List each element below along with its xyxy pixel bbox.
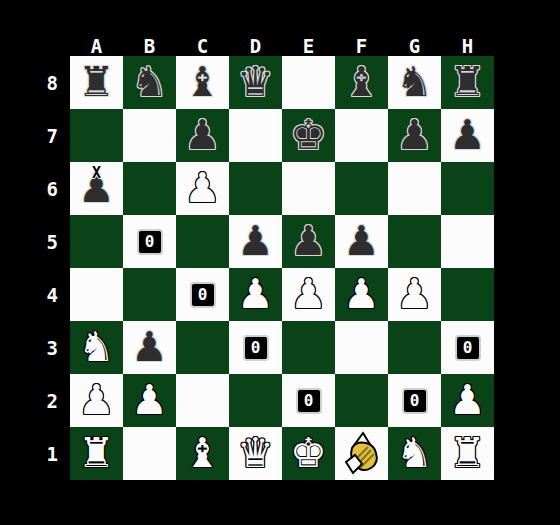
square-c3[interactable] — [176, 321, 229, 374]
square-b5[interactable]: 0 — [123, 215, 176, 268]
black-rook: ♜ — [441, 56, 494, 109]
square-c5[interactable] — [176, 215, 229, 268]
square-b2[interactable]: ♟ — [123, 374, 176, 427]
black-pawn: ♟ — [441, 109, 494, 162]
move-marker[interactable]: 0 — [298, 390, 320, 412]
square-a5[interactable] — [70, 215, 123, 268]
square-d3[interactable]: 0 — [229, 321, 282, 374]
square-d5[interactable]: ♟ — [229, 215, 282, 268]
square-b3[interactable]: ♟ — [123, 321, 176, 374]
file-label-h: H — [441, 32, 494, 56]
square-f6[interactable] — [335, 162, 388, 215]
square-c4[interactable]: 0 — [176, 268, 229, 321]
square-g3[interactable] — [388, 321, 441, 374]
square-a4[interactable] — [70, 268, 123, 321]
square-g4[interactable]: ♟ — [388, 268, 441, 321]
white-pawn: ♟ — [335, 268, 388, 321]
square-f1[interactable] — [335, 427, 388, 480]
white-rook: ♜ — [70, 427, 123, 480]
file-label-d: D — [229, 32, 282, 56]
rank-label-1: 1 — [34, 427, 64, 480]
rank-label-2: 2 — [34, 374, 64, 427]
file-label-e: E — [282, 32, 335, 56]
white-queen: ♛ — [229, 427, 282, 480]
move-marker[interactable]: 0 — [139, 231, 161, 253]
move-marker[interactable]: 0 — [245, 337, 267, 359]
square-g8[interactable]: ♞ — [388, 56, 441, 109]
black-queen: ♛ — [229, 56, 282, 109]
rank-labels: 87654321 — [34, 56, 64, 480]
rank-label-4: 4 — [34, 268, 64, 321]
square-h1[interactable]: ♜ — [441, 427, 494, 480]
square-c2[interactable] — [176, 374, 229, 427]
square-a3[interactable]: ♞ — [70, 321, 123, 374]
square-a1[interactable]: ♜ — [70, 427, 123, 480]
move-marker[interactable]: 0 — [404, 390, 426, 412]
black-pawn: ♟ — [229, 215, 282, 268]
square-d4[interactable]: ♟ — [229, 268, 282, 321]
file-label-a: A — [70, 32, 123, 56]
black-knight: ♞ — [123, 56, 176, 109]
square-f5[interactable]: ♟ — [335, 215, 388, 268]
square-f8[interactable]: ♝ — [335, 56, 388, 109]
chess-board: ♜♞♝♛♝♞♜♟♚♟♟♟X♟0♟♟♟0♟♟♟♟♞♟00♟♟00♟♜♝♛♚♞♜ — [70, 56, 494, 480]
move-marker[interactable]: 0 — [457, 337, 479, 359]
square-b8[interactable]: ♞ — [123, 56, 176, 109]
rank-label-7: 7 — [34, 109, 64, 162]
square-e3[interactable] — [282, 321, 335, 374]
black-pawn: ♟ — [123, 321, 176, 374]
black-king: ♚ — [282, 109, 335, 162]
square-h7[interactable]: ♟ — [441, 109, 494, 162]
square-b4[interactable] — [123, 268, 176, 321]
square-c8[interactable]: ♝ — [176, 56, 229, 109]
white-pawn: ♟ — [70, 374, 123, 427]
square-a8[interactable]: ♜ — [70, 56, 123, 109]
square-f7[interactable] — [335, 109, 388, 162]
black-bishop: ♝ — [335, 56, 388, 109]
square-f4[interactable]: ♟ — [335, 268, 388, 321]
square-d1[interactable]: ♛ — [229, 427, 282, 480]
square-e6[interactable] — [282, 162, 335, 215]
black-pawn: ♟ — [70, 162, 123, 215]
white-pawn: ♟ — [441, 374, 494, 427]
white-pawn: ♟ — [176, 162, 229, 215]
black-pawn: ♟ — [388, 109, 441, 162]
square-g6[interactable] — [388, 162, 441, 215]
black-pawn: ♟ — [335, 215, 388, 268]
square-c7[interactable]: ♟ — [176, 109, 229, 162]
white-pawn: ♟ — [229, 268, 282, 321]
rank-label-8: 8 — [34, 56, 64, 109]
rank-label-6: 6 — [34, 162, 64, 215]
square-h3[interactable]: 0 — [441, 321, 494, 374]
white-pawn: ♟ — [123, 374, 176, 427]
square-e2[interactable]: 0 — [282, 374, 335, 427]
square-e7[interactable]: ♚ — [282, 109, 335, 162]
square-d8[interactable]: ♛ — [229, 56, 282, 109]
square-f2[interactable] — [335, 374, 388, 427]
file-label-g: G — [388, 32, 441, 56]
square-e1[interactable]: ♚ — [282, 427, 335, 480]
game-screen: ABCDEFGH 87654321 ♜♞♝♛♝♞♜♟♚♟♟♟X♟0♟♟♟0♟♟♟… — [0, 0, 560, 525]
square-h6[interactable] — [441, 162, 494, 215]
white-rook: ♜ — [441, 427, 494, 480]
square-a2[interactable]: ♟ — [70, 374, 123, 427]
file-label-c: C — [176, 32, 229, 56]
square-e8[interactable] — [282, 56, 335, 109]
white-knight: ♞ — [70, 321, 123, 374]
square-d7[interactable] — [229, 109, 282, 162]
square-d6[interactable] — [229, 162, 282, 215]
square-g5[interactable] — [388, 215, 441, 268]
square-a7[interactable] — [70, 109, 123, 162]
black-knight: ♞ — [388, 56, 441, 109]
white-knight: ♞ — [388, 427, 441, 480]
move-marker[interactable]: 0 — [192, 284, 214, 306]
square-b1[interactable] — [123, 427, 176, 480]
square-h5[interactable] — [441, 215, 494, 268]
white-pawn: ♟ — [282, 268, 335, 321]
square-g2[interactable]: 0 — [388, 374, 441, 427]
white-king: ♚ — [282, 427, 335, 480]
square-f3[interactable] — [335, 321, 388, 374]
square-d2[interactable] — [229, 374, 282, 427]
square-h8[interactable]: ♜ — [441, 56, 494, 109]
file-label-b: B — [123, 32, 176, 56]
square-b6[interactable] — [123, 162, 176, 215]
square-g1[interactable]: ♞ — [388, 427, 441, 480]
square-c1[interactable]: ♝ — [176, 427, 229, 480]
rank-label-3: 3 — [34, 321, 64, 374]
square-h2[interactable]: ♟ — [441, 374, 494, 427]
rank-label-5: 5 — [34, 215, 64, 268]
square-g7[interactable]: ♟ — [388, 109, 441, 162]
file-label-f: F — [335, 32, 388, 56]
square-h4[interactable] — [441, 268, 494, 321]
black-bishop: ♝ — [176, 56, 229, 109]
square-e5[interactable]: ♟ — [282, 215, 335, 268]
white-pawn: ♟ — [388, 268, 441, 321]
black-pawn: ♟ — [282, 215, 335, 268]
hand-cursor-icon[interactable] — [335, 427, 388, 480]
black-rook: ♜ — [70, 56, 123, 109]
square-c6[interactable]: ♟ — [176, 162, 229, 215]
square-b7[interactable] — [123, 109, 176, 162]
black-pawn: ♟ — [176, 109, 229, 162]
white-bishop: ♝ — [176, 427, 229, 480]
square-e4[interactable]: ♟ — [282, 268, 335, 321]
square-a6[interactable]: ♟X — [70, 162, 123, 215]
file-labels: ABCDEFGH — [70, 32, 494, 56]
